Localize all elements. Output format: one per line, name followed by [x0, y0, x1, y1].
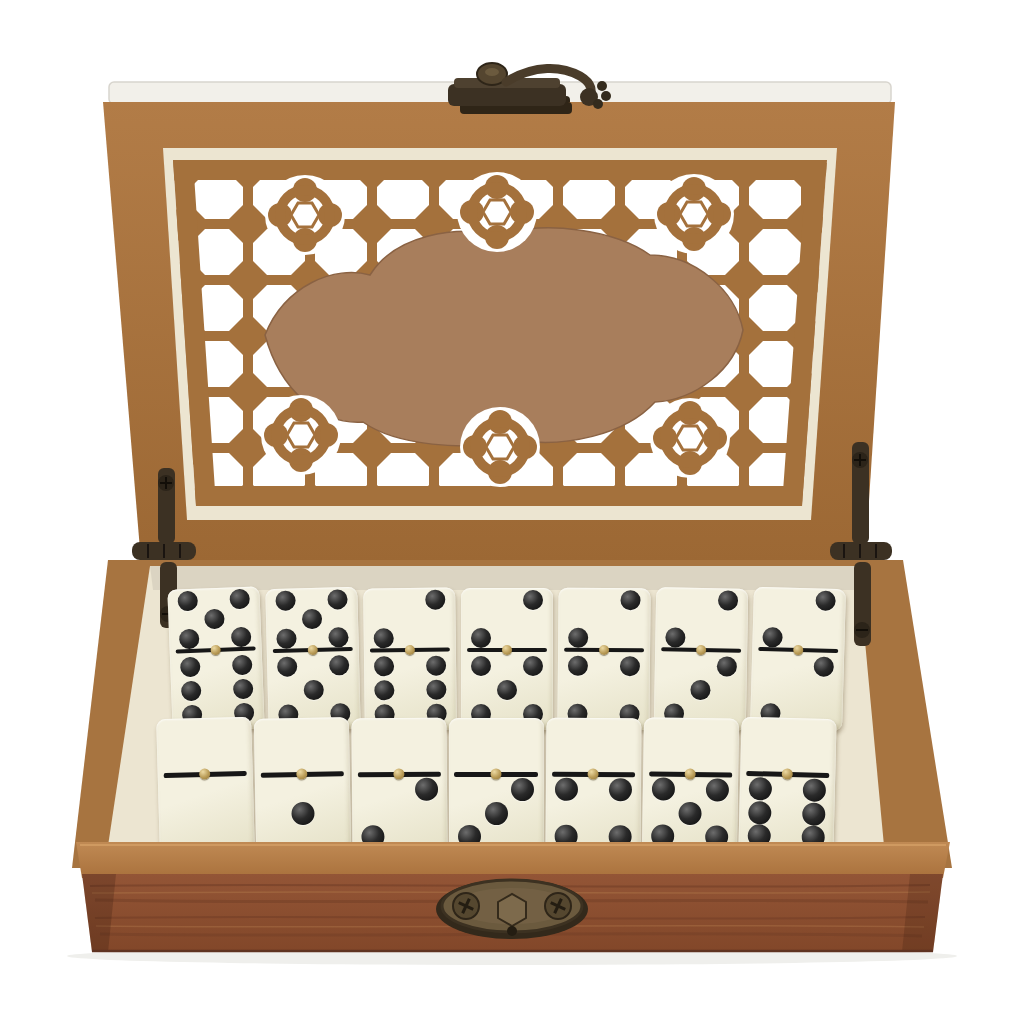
tile-bottom-half [738, 773, 835, 853]
tile-bottom-half [641, 774, 737, 853]
pip [690, 680, 710, 700]
tile-top-half [167, 586, 261, 652]
tile-bottom-half [254, 773, 350, 852]
spinner [685, 769, 696, 780]
domino-tile[interactable] [738, 717, 836, 853]
lattice-panel [150, 140, 850, 520]
pip [813, 657, 834, 678]
tile-top-half [546, 718, 641, 775]
pip [233, 679, 254, 700]
pip [568, 656, 588, 676]
pip [801, 825, 825, 849]
pip [523, 590, 543, 610]
pip [652, 778, 675, 801]
pip [277, 657, 297, 677]
tile-bottom-half [449, 774, 544, 852]
tile-divider [357, 771, 441, 777]
tile-top-half [655, 587, 748, 651]
domino-tile[interactable] [253, 717, 350, 853]
pip [425, 590, 445, 610]
spinner [599, 645, 609, 655]
pip [801, 802, 825, 826]
pip [414, 778, 437, 801]
tile-top-half [461, 588, 553, 650]
pip [718, 591, 738, 611]
pip [802, 779, 826, 803]
domino-tile[interactable] [449, 718, 544, 852]
spinner [588, 769, 599, 780]
pip [704, 825, 727, 848]
domino-box-scene [0, 0, 1024, 1024]
spinner [296, 769, 307, 780]
domino-tile[interactable] [545, 718, 641, 853]
pip [815, 591, 836, 612]
pip [665, 627, 685, 647]
domino-tile[interactable] [557, 588, 650, 731]
rosette-carving [265, 175, 345, 255]
spinner [782, 769, 793, 780]
rosette-carving [261, 395, 341, 475]
tile-divider [454, 772, 538, 777]
tile-top-half [740, 717, 836, 776]
pip [327, 590, 347, 610]
domino-tile[interactable] [265, 587, 360, 731]
pip [374, 628, 394, 648]
domino-tile[interactable] [654, 587, 748, 731]
pip [763, 627, 784, 648]
domino-tile[interactable] [351, 718, 447, 853]
pip [608, 778, 631, 801]
pip [302, 609, 322, 629]
pip [523, 656, 543, 676]
pip [178, 591, 199, 612]
pip [471, 656, 491, 676]
pip [276, 628, 296, 648]
pip [471, 628, 491, 648]
rosette-carving [654, 174, 734, 254]
tile-bottom-half [351, 774, 447, 853]
pip [554, 825, 577, 848]
tile-top-half [265, 587, 358, 652]
pip [620, 656, 640, 676]
pip [374, 657, 394, 677]
domino-tile[interactable] [363, 587, 457, 730]
tile-top-half [156, 717, 253, 776]
tile-bottom-half [545, 774, 641, 852]
pip [329, 655, 349, 675]
pip [231, 627, 252, 648]
pip [374, 680, 394, 700]
domino-tile[interactable] [156, 717, 255, 854]
pip [426, 656, 446, 676]
pip [180, 657, 201, 678]
pip [232, 655, 253, 676]
pip [747, 824, 771, 848]
tile-top-half [752, 587, 846, 652]
pip [328, 627, 348, 647]
pip [608, 825, 631, 848]
tile-divider [551, 771, 635, 777]
pip [748, 801, 772, 825]
spinner [393, 769, 404, 780]
domino-tile[interactable] [750, 587, 846, 732]
spinner [405, 645, 415, 655]
tile-top-half [558, 588, 651, 651]
spinner [199, 769, 210, 780]
pip [749, 777, 773, 801]
pip [651, 824, 674, 847]
pip [705, 779, 728, 802]
tile-top-half [643, 717, 739, 775]
rosette-carving [650, 398, 730, 478]
domino-tile[interactable] [167, 586, 264, 731]
spinner [696, 645, 706, 655]
pip [276, 591, 296, 611]
pip [458, 825, 481, 848]
pip [361, 825, 384, 848]
pip [511, 778, 534, 801]
spinner [502, 645, 512, 655]
pip [678, 801, 701, 824]
pip [304, 680, 324, 700]
tile-bottom-half [157, 773, 254, 853]
pip [716, 657, 736, 677]
pip [181, 681, 202, 702]
tile-top-half [351, 718, 446, 775]
domino-tile[interactable] [641, 717, 738, 852]
tile-top-half [363, 587, 456, 651]
pip [620, 591, 640, 611]
box-back-graphics [0, 0, 1024, 1024]
rosette-carving [460, 407, 540, 487]
pip [229, 589, 250, 610]
pip [568, 628, 588, 648]
tile-top-half [253, 717, 349, 775]
pip [426, 680, 446, 700]
tile-top-half [449, 718, 544, 774]
pip [291, 801, 314, 824]
spinner [490, 769, 501, 780]
pip [204, 609, 225, 630]
rosette-carving [457, 172, 537, 252]
pip [485, 802, 508, 825]
domino-tile[interactable] [461, 588, 553, 730]
pip [497, 680, 517, 700]
pip [555, 778, 578, 801]
pip [179, 629, 200, 650]
tile-divider [467, 648, 548, 652]
